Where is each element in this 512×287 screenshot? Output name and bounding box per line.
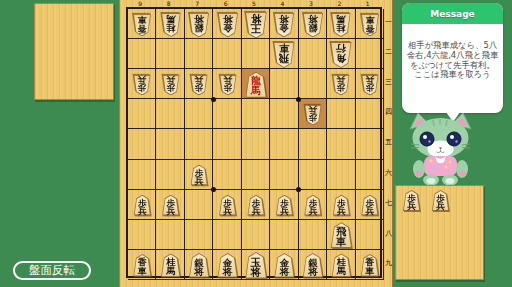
board-square[interactable] xyxy=(242,220,270,250)
shogi-piece[interactable]: 歩兵 xyxy=(247,195,266,216)
shogi-piece[interactable]: 桂馬 xyxy=(331,253,353,277)
board-square[interactable] xyxy=(213,129,241,159)
shogi-piece[interactable]: 金将 xyxy=(273,12,296,37)
message-line: ここは飛車を取ろう xyxy=(414,70,491,80)
board-square[interactable] xyxy=(185,220,213,250)
rank-label: 三 xyxy=(383,67,394,97)
board-square[interactable] xyxy=(327,99,355,129)
board-grid: 香車桂馬銀将金将王将金将銀将桂馬香車飛車角行歩兵歩兵歩兵歩兵龍馬歩兵歩兵歩兵歩兵… xyxy=(126,7,382,278)
shogi-piece[interactable]: 金将 xyxy=(273,253,296,278)
board-square[interactable] xyxy=(270,129,298,159)
shogi-piece[interactable]: 王将 xyxy=(244,11,268,38)
shogi-piece[interactable]: 香車 xyxy=(360,254,380,277)
board-square[interactable] xyxy=(128,160,156,190)
shogi-piece[interactable]: 歩兵 xyxy=(218,195,237,216)
board-square[interactable] xyxy=(242,99,270,129)
shogi-piece[interactable]: 歩兵 xyxy=(190,165,209,186)
shogi-piece[interactable]: 歩兵 xyxy=(161,74,180,95)
rank-label: 四 xyxy=(383,97,394,127)
message-panel-title: Message xyxy=(402,3,503,24)
board-square[interactable] xyxy=(128,99,156,129)
shogi-piece[interactable]: 飛車 xyxy=(330,222,354,248)
file-label: 3 xyxy=(297,0,325,7)
shogi-piece[interactable]: 歩兵 xyxy=(303,195,322,216)
star-point xyxy=(211,187,216,192)
file-label: 1 xyxy=(354,0,382,7)
board-square[interactable] xyxy=(299,220,327,250)
cat-mascot-illustration xyxy=(397,111,485,186)
shogi-piece[interactable]: 桂馬 xyxy=(160,253,182,277)
board-square[interactable] xyxy=(299,160,327,190)
shogi-piece[interactable]: 桂馬 xyxy=(160,13,182,37)
shogi-piece[interactable]: 銀将 xyxy=(302,12,325,37)
rank-label: 九 xyxy=(383,248,394,278)
shogi-piece[interactable]: 歩兵 xyxy=(332,195,351,216)
board-square[interactable] xyxy=(156,220,184,250)
board-square[interactable] xyxy=(327,129,355,159)
board-square[interactable] xyxy=(356,39,384,69)
shogi-piece[interactable]: 金将 xyxy=(216,12,239,37)
shogi-piece[interactable]: 歩兵 xyxy=(133,74,152,95)
board-square[interactable] xyxy=(185,39,213,69)
board-square[interactable] xyxy=(128,39,156,69)
shogi-piece[interactable]: 歩兵 xyxy=(360,195,379,216)
rank-label: 七 xyxy=(383,188,394,218)
file-label: 8 xyxy=(154,0,182,7)
star-point xyxy=(211,97,216,102)
file-label: 6 xyxy=(211,0,239,7)
shogi-piece[interactable]: 歩兵 xyxy=(431,190,450,211)
message-text: 相手が飛車成なら、5八 金右,4六龍,4八飛と飛車 をぶつけて先手有利。 ここは… xyxy=(402,24,503,80)
star-point xyxy=(296,97,301,102)
board-square[interactable] xyxy=(156,99,184,129)
rank-label: 一 xyxy=(383,7,394,37)
gote-captured-tray[interactable] xyxy=(34,3,114,100)
board-square[interactable] xyxy=(299,39,327,69)
board-square[interactable] xyxy=(270,99,298,129)
board-square[interactable] xyxy=(242,160,270,190)
shogi-piece[interactable]: 銀将 xyxy=(188,12,211,37)
board-square[interactable] xyxy=(270,220,298,250)
board-square[interactable] xyxy=(356,129,384,159)
shogi-piece[interactable]: 歩兵 xyxy=(161,195,180,216)
board-square[interactable] xyxy=(242,39,270,69)
rank-label: 六 xyxy=(383,158,394,188)
shogi-piece[interactable]: 角行 xyxy=(330,42,354,68)
shogi-piece[interactable]: 銀将 xyxy=(302,253,325,278)
shogi-piece[interactable]: 香車 xyxy=(132,13,152,36)
board-square[interactable] xyxy=(299,129,327,159)
shogi-piece[interactable]: 香車 xyxy=(360,13,380,36)
board-square[interactable] xyxy=(356,220,384,250)
app-screen: 987654321 香車桂馬銀将金将王将金将銀将桂馬香車飛車角行歩兵歩兵歩兵歩兵… xyxy=(0,0,512,287)
shogi-piece[interactable]: 桂馬 xyxy=(331,13,353,37)
shogi-board: 987654321 香車桂馬銀将金将王将金将銀将桂馬香車飛車角行歩兵歩兵歩兵歩兵… xyxy=(119,0,393,287)
shogi-piece[interactable]: 歩兵 xyxy=(303,104,322,125)
shogi-piece[interactable]: 歩兵 xyxy=(133,195,152,216)
board-square[interactable] xyxy=(185,99,213,129)
board-square[interactable] xyxy=(156,160,184,190)
board-square[interactable] xyxy=(213,39,241,69)
board-square[interactable] xyxy=(128,220,156,250)
rank-labels: 一二三四五六七八九 xyxy=(383,7,394,278)
sente-captured-tray[interactable]: 歩兵歩兵 xyxy=(395,185,484,280)
board-square[interactable] xyxy=(156,39,184,69)
file-label: 5 xyxy=(240,0,268,7)
board-square[interactable] xyxy=(185,190,213,220)
board-square[interactable] xyxy=(299,69,327,99)
rank-label: 二 xyxy=(383,37,394,67)
file-label: 9 xyxy=(126,0,154,7)
message-panel: Message 相手が飛車成なら、5八 金右,4六龍,4八飛と飛車 をぶつけて先… xyxy=(402,3,503,113)
shogi-piece[interactable]: 龍馬 xyxy=(244,72,268,98)
board-square[interactable] xyxy=(213,220,241,250)
shogi-piece[interactable]: 歩兵 xyxy=(190,74,209,95)
board-square[interactable] xyxy=(213,99,241,129)
board-square[interactable] xyxy=(356,160,384,190)
file-label: 4 xyxy=(268,0,296,7)
shogi-piece[interactable]: 歩兵 xyxy=(402,190,421,211)
shogi-piece[interactable]: 飛車 xyxy=(273,42,297,68)
file-labels: 987654321 xyxy=(126,0,382,7)
board-square[interactable] xyxy=(270,69,298,99)
board-square[interactable] xyxy=(242,129,270,159)
shogi-piece[interactable]: 銀将 xyxy=(188,253,211,278)
rank-label: 五 xyxy=(383,127,394,157)
board-square[interactable] xyxy=(156,129,184,159)
shogi-piece[interactable]: 歩兵 xyxy=(360,74,379,95)
board-square[interactable] xyxy=(270,160,298,190)
file-label: 7 xyxy=(183,0,211,7)
shogi-piece[interactable]: 香車 xyxy=(132,254,152,277)
shogi-piece[interactable]: 歩兵 xyxy=(332,74,351,95)
shogi-piece[interactable]: 歩兵 xyxy=(275,195,294,216)
shogi-piece[interactable]: 歩兵 xyxy=(218,74,237,95)
board-square[interactable] xyxy=(213,160,241,190)
flip-board-button[interactable]: 盤面反転 xyxy=(13,261,91,280)
shogi-piece[interactable]: 金将 xyxy=(216,253,239,278)
file-label: 2 xyxy=(325,0,353,7)
board-square[interactable] xyxy=(356,99,384,129)
board-square[interactable] xyxy=(128,129,156,159)
shogi-piece[interactable]: 玉将 xyxy=(244,252,268,279)
rank-label: 八 xyxy=(383,218,394,248)
board-square[interactable] xyxy=(327,160,355,190)
board-square[interactable] xyxy=(185,129,213,159)
